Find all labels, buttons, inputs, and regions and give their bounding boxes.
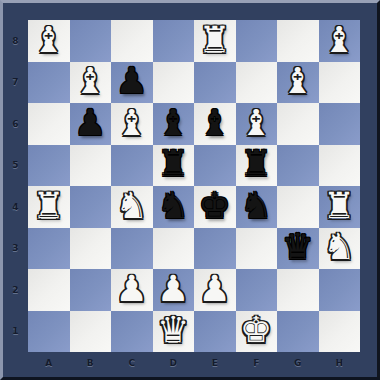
square-g5[interactable] — [277, 145, 319, 187]
square-f5[interactable]: ♜ — [236, 145, 278, 187]
square-e4[interactable]: ♚ — [194, 186, 236, 228]
piece-black-pawn-c7[interactable]: ♟ — [116, 63, 148, 99]
piece-white-pawn-c2[interactable]: ♟ — [116, 271, 148, 307]
file-label-d: D — [153, 352, 195, 374]
square-c8[interactable] — [111, 20, 153, 62]
square-h6[interactable] — [319, 103, 361, 145]
square-g1[interactable] — [277, 311, 319, 353]
square-c7[interactable]: ♟ — [111, 62, 153, 104]
square-d6[interactable]: ♝ — [153, 103, 195, 145]
square-b4[interactable] — [70, 186, 112, 228]
piece-black-bishop-d6[interactable]: ♝ — [157, 105, 189, 141]
file-label-g: G — [277, 352, 319, 374]
rank-label-5: 5 — [3, 145, 28, 187]
piece-white-queen-d1[interactable]: ♛ — [157, 312, 189, 348]
file-label-h: H — [319, 352, 361, 374]
square-f4[interactable]: ♞ — [236, 186, 278, 228]
piece-white-king-f1[interactable]: ♚ — [240, 312, 272, 348]
square-b7[interactable]: ♝ — [70, 62, 112, 104]
square-e2[interactable]: ♟ — [194, 269, 236, 311]
piece-black-knight-f4[interactable]: ♞ — [240, 188, 272, 224]
square-c1[interactable] — [111, 311, 153, 353]
rank-label-6: 6 — [3, 103, 28, 145]
square-f8[interactable] — [236, 20, 278, 62]
square-f1[interactable]: ♚ — [236, 311, 278, 353]
file-label-a: A — [28, 352, 70, 374]
square-h2[interactable] — [319, 269, 361, 311]
square-d2[interactable]: ♟ — [153, 269, 195, 311]
square-g8[interactable] — [277, 20, 319, 62]
piece-white-pawn-e2[interactable]: ♟ — [199, 271, 231, 307]
piece-white-bishop-h8[interactable]: ♝ — [323, 22, 355, 58]
piece-white-pawn-d2[interactable]: ♟ — [157, 271, 189, 307]
piece-black-rook-d5[interactable]: ♜ — [157, 146, 189, 182]
rank-label-7: 7 — [3, 62, 28, 104]
piece-black-rook-f5[interactable]: ♜ — [240, 146, 272, 182]
piece-white-knight-h3[interactable]: ♞ — [323, 229, 355, 265]
square-f6[interactable]: ♝ — [236, 103, 278, 145]
square-b3[interactable] — [70, 228, 112, 270]
square-h1[interactable] — [319, 311, 361, 353]
file-label-e: E — [194, 352, 236, 374]
square-d4[interactable]: ♞ — [153, 186, 195, 228]
square-b2[interactable] — [70, 269, 112, 311]
square-g7[interactable]: ♝ — [277, 62, 319, 104]
rank-label-1: 1 — [3, 311, 28, 353]
square-b8[interactable] — [70, 20, 112, 62]
square-h5[interactable] — [319, 145, 361, 187]
square-a4[interactable]: ♜ — [28, 186, 70, 228]
file-label-f: F — [236, 352, 278, 374]
square-a5[interactable] — [28, 145, 70, 187]
rank-label-8: 8 — [3, 20, 28, 62]
piece-black-bishop-e6[interactable]: ♝ — [199, 105, 231, 141]
square-h3[interactable]: ♞ — [319, 228, 361, 270]
square-a8[interactable]: ♝ — [28, 20, 70, 62]
square-d3[interactable] — [153, 228, 195, 270]
piece-white-bishop-f6[interactable]: ♝ — [240, 105, 272, 141]
square-g4[interactable] — [277, 186, 319, 228]
board: ♝♜♝♝♟♝♟♝♝♝♝♜♜♜♞♞♚♞♜♛♞♟♟♟♛♚ — [28, 20, 360, 352]
rank-label-3: 3 — [3, 228, 28, 270]
square-c3[interactable] — [111, 228, 153, 270]
square-g2[interactable] — [277, 269, 319, 311]
square-a3[interactable] — [28, 228, 70, 270]
square-d8[interactable] — [153, 20, 195, 62]
file-label-b: B — [70, 352, 112, 374]
square-e8[interactable]: ♜ — [194, 20, 236, 62]
square-c6[interactable]: ♝ — [111, 103, 153, 145]
square-h8[interactable]: ♝ — [319, 20, 361, 62]
square-e7[interactable] — [194, 62, 236, 104]
square-e6[interactable]: ♝ — [194, 103, 236, 145]
piece-black-knight-d4[interactable]: ♞ — [157, 188, 189, 224]
rank-label-4: 4 — [3, 186, 28, 228]
rank-label-2: 2 — [3, 269, 28, 311]
piece-black-king-e4[interactable]: ♚ — [199, 188, 231, 224]
square-d1[interactable]: ♛ — [153, 311, 195, 353]
piece-white-rook-e8[interactable]: ♜ — [199, 22, 231, 58]
piece-white-bishop-a8[interactable]: ♝ — [33, 22, 65, 58]
square-f2[interactable] — [236, 269, 278, 311]
rank-labels: 87654321 — [3, 20, 28, 352]
piece-white-knight-c4[interactable]: ♞ — [116, 188, 148, 224]
chess-board-widget: 87654321 ♝♜♝♝♟♝♟♝♝♝♝♜♜♜♞♞♚♞♜♛♞♟♟♟♛♚ ABCD… — [0, 0, 380, 380]
square-e3[interactable] — [194, 228, 236, 270]
square-g6[interactable] — [277, 103, 319, 145]
square-d5[interactable]: ♜ — [153, 145, 195, 187]
piece-black-pawn-b6[interactable]: ♟ — [74, 105, 106, 141]
piece-white-bishop-g7[interactable]: ♝ — [282, 63, 314, 99]
square-c5[interactable] — [111, 145, 153, 187]
piece-white-bishop-b7[interactable]: ♝ — [74, 63, 106, 99]
square-b5[interactable] — [70, 145, 112, 187]
piece-white-rook-a4[interactable]: ♜ — [33, 188, 65, 224]
square-b1[interactable] — [70, 311, 112, 353]
square-f7[interactable] — [236, 62, 278, 104]
square-h7[interactable] — [319, 62, 361, 104]
piece-black-queen-g3[interactable]: ♛ — [282, 229, 314, 265]
file-label-c: C — [111, 352, 153, 374]
piece-white-bishop-c6[interactable]: ♝ — [116, 105, 148, 141]
square-c2[interactable]: ♟ — [111, 269, 153, 311]
square-h4[interactable]: ♜ — [319, 186, 361, 228]
square-e1[interactable] — [194, 311, 236, 353]
square-a6[interactable] — [28, 103, 70, 145]
square-b6[interactable]: ♟ — [70, 103, 112, 145]
square-a1[interactable] — [28, 311, 70, 353]
file-labels: ABCDEFGH — [28, 352, 360, 374]
piece-white-rook-h4[interactable]: ♜ — [323, 188, 355, 224]
square-a7[interactable] — [28, 62, 70, 104]
square-f3[interactable] — [236, 228, 278, 270]
square-g3[interactable]: ♛ — [277, 228, 319, 270]
square-d7[interactable] — [153, 62, 195, 104]
square-a2[interactable] — [28, 269, 70, 311]
square-e5[interactable] — [194, 145, 236, 187]
square-c4[interactable]: ♞ — [111, 186, 153, 228]
